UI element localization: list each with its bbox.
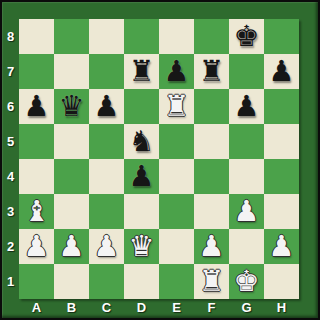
rank-label-4: 4 [2,159,19,194]
square-f2[interactable]: ♟ [194,229,229,264]
square-h3[interactable] [264,194,299,229]
square-h7[interactable]: ♟ [264,54,299,89]
square-c8[interactable] [89,19,124,54]
piece-white-queen[interactable]: ♛ [124,229,159,264]
square-d4[interactable]: ♟ [124,159,159,194]
piece-black-pawn[interactable]: ♟ [89,89,124,124]
square-a8[interactable] [19,19,54,54]
rank-label-2: 2 [2,229,19,264]
rank-label-5: 5 [2,124,19,159]
square-e7[interactable]: ♟ [159,54,194,89]
square-e6[interactable]: ♜ [159,89,194,124]
square-b6[interactable]: ♛ [54,89,89,124]
square-a1[interactable] [19,264,54,299]
square-d8[interactable] [124,19,159,54]
square-d6[interactable] [124,89,159,124]
square-f5[interactable] [194,124,229,159]
square-g6[interactable]: ♟ [229,89,264,124]
piece-white-pawn[interactable]: ♟ [229,194,264,229]
piece-black-king[interactable]: ♚ [229,19,264,54]
square-b1[interactable] [54,264,89,299]
square-e8[interactable] [159,19,194,54]
square-c3[interactable] [89,194,124,229]
square-b3[interactable] [54,194,89,229]
file-label-c: C [89,299,124,317]
square-h8[interactable] [264,19,299,54]
square-c4[interactable] [89,159,124,194]
piece-white-pawn[interactable]: ♟ [89,229,124,264]
square-a4[interactable] [19,159,54,194]
square-g2[interactable] [229,229,264,264]
square-h2[interactable]: ♟ [264,229,299,264]
piece-white-rook[interactable]: ♜ [194,264,229,299]
piece-white-pawn[interactable]: ♟ [19,229,54,264]
chess-diagram: 87654321 ABCDEFGH ♚♜♟♜♟♟♛♟♜♟♞♟♝♟♟♟♟♛♟♟♜♚ [0,0,320,320]
square-g1[interactable]: ♚ [229,264,264,299]
square-d3[interactable] [124,194,159,229]
square-e3[interactable] [159,194,194,229]
square-h1[interactable] [264,264,299,299]
piece-black-pawn[interactable]: ♟ [159,54,194,89]
chess-board[interactable]: ♚♜♟♜♟♟♛♟♜♟♞♟♝♟♟♟♟♛♟♟♜♚ [19,19,299,299]
square-d2[interactable]: ♛ [124,229,159,264]
square-b2[interactable]: ♟ [54,229,89,264]
square-g7[interactable] [229,54,264,89]
rank-label-1: 1 [2,264,19,299]
piece-white-rook[interactable]: ♜ [159,89,194,124]
file-label-d: D [124,299,159,317]
file-label-b: B [54,299,89,317]
piece-black-pawn[interactable]: ♟ [229,89,264,124]
square-h6[interactable] [264,89,299,124]
piece-white-pawn[interactable]: ♟ [54,229,89,264]
square-b5[interactable] [54,124,89,159]
square-a2[interactable]: ♟ [19,229,54,264]
square-g4[interactable] [229,159,264,194]
square-c7[interactable] [89,54,124,89]
piece-black-knight[interactable]: ♞ [124,124,159,159]
square-g8[interactable]: ♚ [229,19,264,54]
square-e5[interactable] [159,124,194,159]
square-a6[interactable]: ♟ [19,89,54,124]
piece-black-pawn[interactable]: ♟ [19,89,54,124]
square-e2[interactable] [159,229,194,264]
square-f8[interactable] [194,19,229,54]
square-e4[interactable] [159,159,194,194]
square-a5[interactable] [19,124,54,159]
piece-black-rook[interactable]: ♜ [124,54,159,89]
square-c2[interactable]: ♟ [89,229,124,264]
piece-white-bishop[interactable]: ♝ [19,194,54,229]
file-label-f: F [194,299,229,317]
file-label-a: A [19,299,54,317]
square-g3[interactable]: ♟ [229,194,264,229]
square-c1[interactable] [89,264,124,299]
rank-label-3: 3 [2,194,19,229]
square-h5[interactable] [264,124,299,159]
square-a7[interactable] [19,54,54,89]
piece-black-pawn[interactable]: ♟ [264,54,299,89]
square-d7[interactable]: ♜ [124,54,159,89]
square-a3[interactable]: ♝ [19,194,54,229]
square-d5[interactable]: ♞ [124,124,159,159]
piece-white-king[interactable]: ♚ [229,264,264,299]
square-f1[interactable]: ♜ [194,264,229,299]
square-c6[interactable]: ♟ [89,89,124,124]
file-label-e: E [159,299,194,317]
square-d1[interactable] [124,264,159,299]
file-label-h: H [264,299,299,317]
square-f7[interactable]: ♜ [194,54,229,89]
piece-black-rook[interactable]: ♜ [194,54,229,89]
square-b4[interactable] [54,159,89,194]
rank-label-8: 8 [2,19,19,54]
piece-black-pawn[interactable]: ♟ [124,159,159,194]
square-g5[interactable] [229,124,264,159]
square-e1[interactable] [159,264,194,299]
square-f4[interactable] [194,159,229,194]
square-b7[interactable] [54,54,89,89]
square-h4[interactable] [264,159,299,194]
square-c5[interactable] [89,124,124,159]
file-label-g: G [229,299,264,317]
square-f6[interactable] [194,89,229,124]
rank-label-7: 7 [2,54,19,89]
square-b8[interactable] [54,19,89,54]
piece-white-pawn[interactable]: ♟ [264,229,299,264]
rank-label-6: 6 [2,89,19,124]
piece-white-pawn[interactable]: ♟ [194,229,229,264]
piece-black-queen[interactable]: ♛ [54,89,89,124]
square-f3[interactable] [194,194,229,229]
